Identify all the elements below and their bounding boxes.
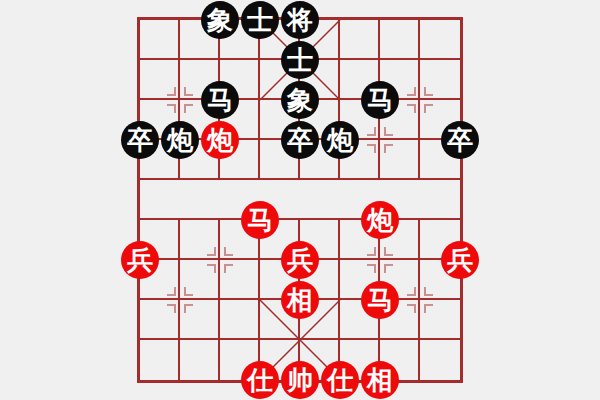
piece-black-pawn[interactable]: 卒: [441, 121, 479, 159]
xiangqi-board: 象士将士马象马卒炮炮卒炮卒马炮兵兵兵相马仕帅仕相: [137, 17, 463, 383]
piece-red-cannon[interactable]: 炮: [361, 201, 399, 239]
piece-red-horse[interactable]: 马: [241, 201, 279, 239]
piece-black-cannon[interactable]: 炮: [321, 121, 359, 159]
piece-red-general[interactable]: 帅: [281, 361, 319, 399]
piece-black-horse[interactable]: 马: [201, 81, 239, 119]
piece-black-pawn[interactable]: 卒: [281, 121, 319, 159]
piece-red-advisor[interactable]: 仕: [321, 361, 359, 399]
piece-red-pawn[interactable]: 兵: [121, 241, 159, 279]
piece-black-pawn[interactable]: 卒: [121, 121, 159, 159]
piece-red-horse[interactable]: 马: [361, 281, 399, 319]
xiangqi-app: 象士将士马象马卒炮炮卒炮卒马炮兵兵兵相马仕帅仕相: [0, 0, 600, 400]
piece-layer: 象士将士马象马卒炮炮卒炮卒马炮兵兵兵相马仕帅仕相: [140, 20, 460, 380]
piece-black-cannon[interactable]: 炮: [161, 121, 199, 159]
piece-red-elephant[interactable]: 相: [281, 281, 319, 319]
piece-black-advisor[interactable]: 士: [281, 41, 319, 79]
piece-red-elephant[interactable]: 相: [361, 361, 399, 399]
piece-black-elephant[interactable]: 象: [201, 1, 239, 39]
piece-red-pawn[interactable]: 兵: [281, 241, 319, 279]
piece-black-general[interactable]: 将: [281, 1, 319, 39]
piece-black-horse[interactable]: 马: [361, 81, 399, 119]
piece-red-pawn[interactable]: 兵: [441, 241, 479, 279]
piece-red-cannon[interactable]: 炮: [201, 121, 239, 159]
piece-black-advisor[interactable]: 士: [241, 1, 279, 39]
piece-black-elephant[interactable]: 象: [281, 81, 319, 119]
piece-red-advisor[interactable]: 仕: [241, 361, 279, 399]
